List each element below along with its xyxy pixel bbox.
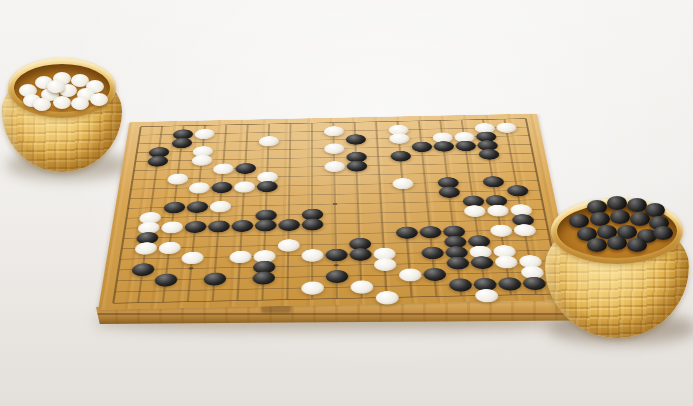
go-stone-white bbox=[373, 258, 396, 271]
bowl-stone-black bbox=[630, 212, 650, 226]
go-stone-black bbox=[419, 226, 442, 238]
go-stone-black bbox=[254, 219, 276, 231]
go-stone-black bbox=[422, 268, 446, 281]
board-scene bbox=[110, 0, 559, 406]
go-stone-black bbox=[346, 160, 367, 171]
go-stone-white bbox=[258, 136, 278, 147]
black-stone-bowl bbox=[542, 192, 693, 344]
go-stone-black bbox=[325, 248, 347, 261]
go-stone-black bbox=[349, 248, 371, 261]
go-stone-black bbox=[390, 151, 411, 162]
bowl-stone-black bbox=[653, 226, 673, 240]
bowl-stone-white bbox=[71, 97, 89, 110]
go-stone-white bbox=[324, 126, 344, 136]
go-stone-white bbox=[392, 178, 414, 189]
bowl-stone-black bbox=[587, 238, 607, 252]
bowl-interior bbox=[557, 204, 677, 258]
go-stone-white bbox=[375, 291, 399, 305]
go-stone-black bbox=[325, 270, 348, 283]
board-surface[interactable] bbox=[98, 114, 576, 310]
go-stone-white bbox=[324, 143, 344, 154]
go-stone-black bbox=[433, 141, 454, 152]
go-stone-white bbox=[389, 133, 410, 144]
bowl-stone-black bbox=[590, 212, 610, 226]
bowl-stone-black bbox=[607, 236, 627, 250]
go-stone-black bbox=[301, 218, 322, 230]
star-point bbox=[188, 267, 193, 269]
bowl-interior bbox=[14, 64, 110, 112]
go-stone-black bbox=[448, 278, 472, 292]
bowl-stone-white bbox=[47, 80, 65, 93]
go-stone-black bbox=[455, 140, 476, 151]
bowl-stone-black bbox=[610, 210, 630, 224]
go-stone-black bbox=[438, 186, 460, 198]
bowl-stone-black bbox=[569, 214, 589, 228]
bowl-stone-black bbox=[627, 198, 647, 212]
bowl-rim bbox=[551, 198, 683, 264]
go-stone-black bbox=[252, 271, 275, 284]
go-stone-white bbox=[277, 239, 299, 252]
star-point bbox=[333, 203, 338, 205]
go-stone-white bbox=[324, 161, 345, 172]
bowl-rim bbox=[8, 58, 116, 118]
go-stone-white bbox=[301, 281, 324, 295]
go-stone-black bbox=[395, 226, 417, 238]
go-stone-black bbox=[235, 163, 256, 174]
go-stone-black bbox=[278, 219, 300, 231]
bowl-stone-black bbox=[627, 238, 647, 252]
go-stone-black bbox=[446, 256, 470, 269]
bowl-stone-black bbox=[607, 196, 627, 210]
go-stone-black bbox=[411, 141, 432, 152]
go-stone-white bbox=[398, 268, 421, 281]
bowl-stone-white bbox=[90, 93, 108, 106]
go-stone-white bbox=[229, 250, 252, 263]
bowl-stone-white bbox=[53, 96, 71, 109]
go-stone-white bbox=[233, 181, 254, 192]
go-game-photo bbox=[0, 0, 693, 406]
go-stone-white bbox=[350, 280, 373, 294]
star-point bbox=[334, 264, 339, 266]
go-stone-black bbox=[256, 181, 277, 192]
bowl-stone-white bbox=[33, 98, 51, 111]
white-stone-bowl bbox=[0, 50, 130, 180]
go-stone-black bbox=[231, 220, 253, 232]
go-stone-white bbox=[301, 249, 323, 262]
go-stone-black bbox=[421, 246, 444, 259]
go-stone-black bbox=[345, 134, 365, 145]
